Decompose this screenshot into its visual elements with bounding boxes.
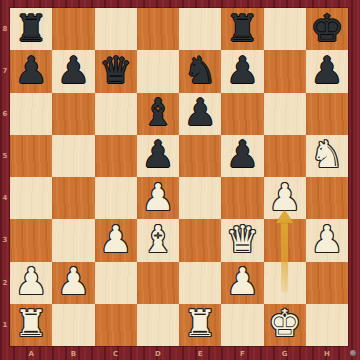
chess-board: ♜♜♚♟♟♛♞♟♟♝♟♟♟♞♟♟♟♝♛♟♟♟♟♜♜♚	[10, 8, 348, 346]
square-g8[interactable]	[264, 8, 306, 50]
square-b8[interactable]	[52, 8, 94, 50]
square-e6[interactable]: ♟	[179, 93, 221, 135]
square-h3[interactable]: ♟	[306, 219, 348, 261]
square-h1[interactable]	[306, 304, 348, 346]
square-d6[interactable]: ♝	[137, 93, 179, 135]
square-c8[interactable]	[95, 8, 137, 50]
square-c6[interactable]	[95, 93, 137, 135]
square-e1[interactable]: ♜	[179, 304, 221, 346]
square-f8[interactable]: ♜	[221, 8, 263, 50]
file-label-c: C	[95, 350, 137, 358]
piece-white-pawn[interactable]: ♟	[99, 221, 132, 258]
rank-label-6: 6	[0, 93, 10, 135]
square-a2[interactable]: ♟	[10, 262, 52, 304]
rank-label-3: 3	[0, 219, 10, 261]
square-f7[interactable]: ♟	[221, 50, 263, 92]
file-label-b: B	[52, 350, 94, 358]
rank-label-1: 1	[0, 304, 10, 346]
file-label-d: D	[137, 350, 179, 358]
piece-black-pawn[interactable]: ♟	[226, 52, 259, 89]
piece-white-pawn[interactable]: ♟	[310, 221, 343, 258]
square-b7[interactable]: ♟	[52, 50, 94, 92]
square-c5[interactable]	[95, 135, 137, 177]
piece-black-king[interactable]: ♚	[310, 10, 343, 47]
piece-white-pawn[interactable]: ♟	[141, 179, 174, 216]
piece-white-rook[interactable]: ♜	[15, 305, 48, 342]
piece-black-bishop[interactable]: ♝	[141, 94, 174, 131]
square-e4[interactable]	[179, 177, 221, 219]
piece-black-pawn[interactable]: ♟	[141, 136, 174, 173]
file-label-e: E	[179, 350, 221, 358]
square-d8[interactable]	[137, 8, 179, 50]
piece-white-pawn[interactable]: ♟	[226, 263, 259, 300]
corner-dot	[350, 350, 356, 356]
square-b2[interactable]: ♟	[52, 262, 94, 304]
piece-black-pawn[interactable]: ♟	[184, 94, 217, 131]
piece-black-pawn[interactable]: ♟	[15, 52, 48, 89]
square-g4[interactable]: ♟	[264, 177, 306, 219]
square-c4[interactable]	[95, 177, 137, 219]
square-d2[interactable]	[137, 262, 179, 304]
square-h4[interactable]	[306, 177, 348, 219]
square-a5[interactable]	[10, 135, 52, 177]
piece-white-king[interactable]: ♚	[268, 305, 301, 342]
piece-black-rook[interactable]: ♜	[15, 10, 48, 47]
square-h6[interactable]	[306, 93, 348, 135]
square-h8[interactable]: ♚	[306, 8, 348, 50]
square-h5[interactable]: ♞	[306, 135, 348, 177]
piece-black-queen[interactable]: ♛	[99, 52, 132, 89]
rank-label-7: 7	[0, 50, 10, 92]
square-a7[interactable]: ♟	[10, 50, 52, 92]
piece-black-knight[interactable]: ♞	[184, 52, 217, 89]
square-d3[interactable]: ♝	[137, 219, 179, 261]
file-labels: ABCDEFGH	[10, 348, 348, 359]
piece-black-rook[interactable]: ♜	[226, 10, 259, 47]
file-label-h: H	[306, 350, 348, 358]
square-c2[interactable]	[95, 262, 137, 304]
square-c3[interactable]: ♟	[95, 219, 137, 261]
square-b5[interactable]	[52, 135, 94, 177]
file-label-g: G	[264, 350, 306, 358]
piece-black-pawn[interactable]: ♟	[226, 136, 259, 173]
square-e8[interactable]	[179, 8, 221, 50]
rank-label-4: 4	[0, 177, 10, 219]
square-f3[interactable]: ♛	[221, 219, 263, 261]
square-b4[interactable]	[52, 177, 94, 219]
square-a8[interactable]: ♜	[10, 8, 52, 50]
square-g1[interactable]: ♚	[264, 304, 306, 346]
square-g7[interactable]	[264, 50, 306, 92]
piece-white-queen[interactable]: ♛	[226, 221, 259, 258]
piece-white-pawn[interactable]: ♟	[268, 179, 301, 216]
piece-white-pawn[interactable]: ♟	[15, 263, 48, 300]
square-e5[interactable]	[179, 135, 221, 177]
rank-label-8: 8	[0, 8, 10, 50]
piece-black-pawn[interactable]: ♟	[310, 52, 343, 89]
square-c7[interactable]: ♛	[95, 50, 137, 92]
piece-white-bishop[interactable]: ♝	[141, 221, 174, 258]
square-g3[interactable]	[264, 219, 306, 261]
square-b1[interactable]	[52, 304, 94, 346]
square-f4[interactable]	[221, 177, 263, 219]
square-e2[interactable]	[179, 262, 221, 304]
chess-board-frame: ♜♜♚♟♟♛♞♟♟♝♟♟♟♞♟♟♟♝♛♟♟♟♟♜♜♚ 87654321 ABCD…	[0, 0, 360, 360]
square-c1[interactable]	[95, 304, 137, 346]
piece-white-knight[interactable]: ♞	[310, 136, 343, 173]
file-label-f: F	[221, 350, 263, 358]
square-a4[interactable]	[10, 177, 52, 219]
square-b3[interactable]	[52, 219, 94, 261]
square-f6[interactable]	[221, 93, 263, 135]
rank-label-2: 2	[0, 262, 10, 304]
piece-black-pawn[interactable]: ♟	[57, 52, 90, 89]
square-f1[interactable]	[221, 304, 263, 346]
square-d7[interactable]	[137, 50, 179, 92]
square-h2[interactable]	[306, 262, 348, 304]
piece-white-rook[interactable]: ♜	[184, 305, 217, 342]
square-d4[interactable]: ♟	[137, 177, 179, 219]
square-h7[interactable]: ♟	[306, 50, 348, 92]
square-f5[interactable]: ♟	[221, 135, 263, 177]
rank-labels: 87654321	[0, 8, 10, 346]
square-a6[interactable]	[10, 93, 52, 135]
square-f2[interactable]: ♟	[221, 262, 263, 304]
piece-white-pawn[interactable]: ♟	[57, 263, 90, 300]
square-g6[interactable]	[264, 93, 306, 135]
square-a1[interactable]: ♜	[10, 304, 52, 346]
square-b6[interactable]	[52, 93, 94, 135]
square-g5[interactable]	[264, 135, 306, 177]
square-e7[interactable]: ♞	[179, 50, 221, 92]
square-g2[interactable]	[264, 262, 306, 304]
rank-label-5: 5	[0, 135, 10, 177]
square-d1[interactable]	[137, 304, 179, 346]
square-a3[interactable]	[10, 219, 52, 261]
square-d5[interactable]: ♟	[137, 135, 179, 177]
file-label-a: A	[10, 350, 52, 358]
square-e3[interactable]	[179, 219, 221, 261]
